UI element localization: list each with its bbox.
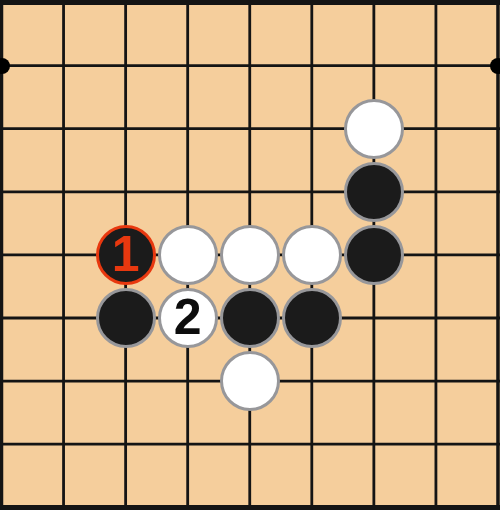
stone-black (344, 225, 404, 285)
stone-white (282, 225, 342, 285)
stone-white (344, 99, 404, 159)
star-point (0, 58, 10, 74)
stone-white (158, 225, 218, 285)
star-point (490, 58, 500, 74)
stone-white-move-2: 2 (158, 288, 218, 348)
stone-black (96, 288, 156, 348)
stone-white (220, 351, 280, 411)
move-number-label: 1 (112, 229, 140, 279)
move-number-label: 2 (174, 292, 202, 342)
stones-layer: 12 (0, 0, 500, 510)
stone-black (220, 288, 280, 348)
stone-black (282, 288, 342, 348)
stone-white (220, 225, 280, 285)
go-board[interactable]: 12 (0, 0, 500, 510)
stone-black (344, 162, 404, 222)
stone-black-move-1: 1 (96, 225, 156, 285)
